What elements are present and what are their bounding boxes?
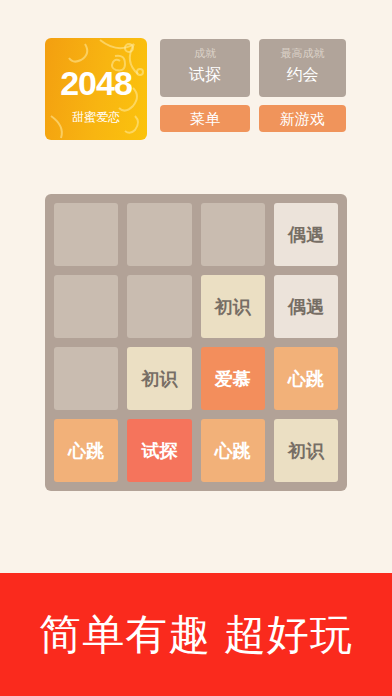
board-cell-r2c0 — [54, 347, 118, 410]
score-box-best-achievement: 最高成就 约会 — [259, 39, 346, 97]
score-row: 成就 试探 最高成就 约会 — [160, 39, 346, 97]
board-cell-r1c3: 偶遇 — [274, 275, 338, 338]
board-cell-r2c1: 初识 — [127, 347, 191, 410]
board-cell-r0c1 — [127, 203, 191, 266]
menu-button[interactable]: 菜单 — [160, 105, 250, 132]
logo-subtitle: 甜蜜爱恋 — [72, 110, 120, 124]
best-achievement-value: 约会 — [287, 65, 319, 85]
board-cell-r3c2: 心跳 — [201, 419, 265, 482]
header-right: 成就 试探 最高成就 约会 菜单 新游戏 — [160, 39, 346, 132]
achievement-label: 成就 — [194, 47, 216, 60]
board-cell-r0c3: 偶遇 — [274, 203, 338, 266]
board-cell-r3c0: 心跳 — [54, 419, 118, 482]
board-cell-r2c3: 心跳 — [274, 347, 338, 410]
board-cell-r3c1: 试探 — [127, 419, 191, 482]
logo-title: 2048 — [60, 64, 132, 102]
board-cell-r1c0 — [54, 275, 118, 338]
board-cell-r2c2: 爱慕 — [201, 347, 265, 410]
promo-tagline: 简单有趣 超好玩 — [39, 607, 353, 663]
logo-tile: 2048 甜蜜爱恋 — [45, 38, 147, 140]
button-row: 菜单 新游戏 — [160, 105, 346, 132]
board-cell-r0c0 — [54, 203, 118, 266]
new-game-button[interactable]: 新游戏 — [259, 105, 346, 132]
promo-banner[interactable]: 简单有趣 超好玩 — [0, 573, 392, 696]
board-cell-r1c1 — [127, 275, 191, 338]
board-cell-r3c3: 初识 — [274, 419, 338, 482]
achievement-value: 试探 — [189, 65, 221, 85]
best-achievement-label: 最高成就 — [281, 47, 325, 60]
game-board[interactable]: 偶遇 初识 偶遇 初识 爱慕 心跳 心跳 试探 心跳 初识 — [45, 194, 347, 491]
score-box-achievement: 成就 试探 — [160, 39, 250, 97]
board-cell-r0c2 — [201, 203, 265, 266]
board-cell-r1c2: 初识 — [201, 275, 265, 338]
